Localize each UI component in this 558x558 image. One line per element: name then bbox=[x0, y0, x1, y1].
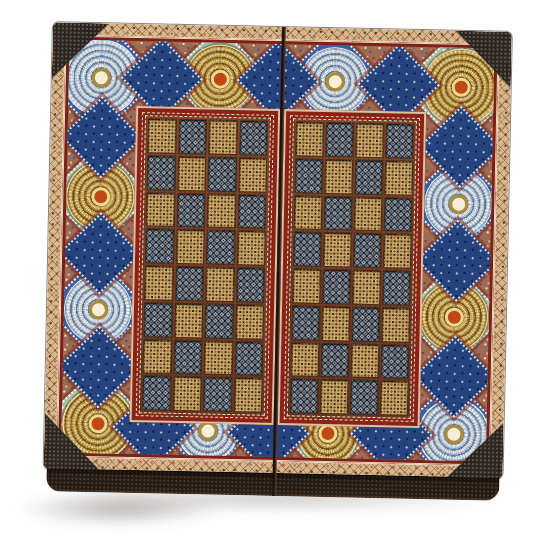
square-g3[interactable] bbox=[352, 307, 379, 340]
square-f7[interactable] bbox=[325, 160, 352, 193]
square-d2[interactable] bbox=[235, 342, 262, 375]
rosette-center bbox=[449, 194, 468, 213]
square-h7[interactable] bbox=[385, 161, 412, 194]
square-e7[interactable] bbox=[295, 159, 322, 192]
square-e8[interactable] bbox=[296, 122, 323, 155]
square-a7[interactable] bbox=[148, 156, 175, 189]
rosette-center bbox=[198, 421, 217, 440]
square-c7[interactable] bbox=[208, 157, 235, 190]
rosette-center bbox=[88, 414, 107, 433]
square-e5[interactable] bbox=[294, 233, 321, 266]
rosette-center bbox=[444, 424, 463, 443]
square-a5[interactable] bbox=[146, 230, 173, 263]
rosette-center bbox=[91, 68, 110, 87]
square-b5[interactable] bbox=[176, 230, 203, 263]
khatam-chessboard bbox=[43, 22, 512, 502]
square-g1[interactable] bbox=[351, 381, 378, 414]
square-c1[interactable] bbox=[204, 378, 231, 411]
square-g8[interactable] bbox=[356, 124, 383, 157]
square-f3[interactable] bbox=[322, 307, 349, 340]
square-f6[interactable] bbox=[325, 196, 352, 229]
square-d8[interactable] bbox=[240, 121, 267, 154]
square-a8[interactable] bbox=[148, 119, 175, 152]
square-a6[interactable] bbox=[147, 193, 174, 226]
square-g2[interactable] bbox=[352, 344, 379, 377]
square-a4[interactable] bbox=[145, 266, 172, 299]
square-c4[interactable] bbox=[206, 268, 233, 301]
square-h4[interactable] bbox=[383, 271, 410, 304]
square-h1[interactable] bbox=[381, 381, 408, 414]
square-d6[interactable] bbox=[238, 195, 265, 228]
square-a3[interactable] bbox=[144, 303, 171, 336]
square-c6[interactable] bbox=[208, 194, 235, 227]
square-d3[interactable] bbox=[236, 305, 263, 338]
square-f8[interactable] bbox=[326, 123, 353, 156]
rosette-center bbox=[451, 77, 470, 96]
rosette-center bbox=[325, 71, 344, 90]
square-c5[interactable] bbox=[207, 231, 234, 264]
square-a2[interactable] bbox=[144, 340, 171, 373]
checkerboard-right-half bbox=[287, 118, 417, 419]
rosette-center bbox=[444, 307, 463, 326]
square-h8[interactable] bbox=[386, 124, 413, 157]
square-c8[interactable] bbox=[209, 121, 236, 154]
square-d4[interactable] bbox=[237, 268, 264, 301]
square-b4[interactable] bbox=[176, 267, 203, 300]
photo-stage bbox=[0, 0, 558, 558]
checkerboard-left-half bbox=[139, 115, 271, 416]
rosette-center bbox=[318, 423, 337, 442]
square-b3[interactable] bbox=[175, 304, 202, 337]
rosette-center bbox=[210, 69, 229, 88]
square-e4[interactable] bbox=[293, 269, 320, 302]
square-g7[interactable] bbox=[355, 160, 382, 193]
square-c2[interactable] bbox=[205, 341, 232, 374]
square-g6[interactable] bbox=[355, 197, 382, 230]
square-h2[interactable] bbox=[382, 345, 409, 378]
square-e2[interactable] bbox=[292, 343, 319, 376]
square-f5[interactable] bbox=[324, 233, 351, 266]
square-b7[interactable] bbox=[178, 157, 205, 190]
square-h3[interactable] bbox=[382, 308, 409, 341]
square-b8[interactable] bbox=[179, 120, 206, 153]
square-d7[interactable] bbox=[239, 158, 266, 191]
floor-shadow-left bbox=[14, 492, 224, 526]
square-b6[interactable] bbox=[177, 193, 204, 226]
rosette-center bbox=[88, 300, 107, 319]
square-d1[interactable] bbox=[234, 378, 261, 411]
square-h6[interactable] bbox=[385, 198, 412, 231]
square-g5[interactable] bbox=[354, 234, 381, 267]
square-e1[interactable] bbox=[291, 380, 318, 413]
square-f1[interactable] bbox=[321, 380, 348, 413]
square-c3[interactable] bbox=[205, 304, 232, 337]
board-half-left bbox=[130, 106, 281, 425]
rosette-center bbox=[91, 187, 110, 206]
square-a1[interactable] bbox=[143, 376, 170, 409]
square-e3[interactable] bbox=[292, 306, 319, 339]
square-d5[interactable] bbox=[237, 231, 264, 264]
square-f4[interactable] bbox=[323, 270, 350, 303]
square-e6[interactable] bbox=[295, 196, 322, 229]
square-g4[interactable] bbox=[353, 271, 380, 304]
square-f2[interactable] bbox=[322, 343, 349, 376]
square-b1[interactable] bbox=[173, 377, 200, 410]
square-h5[interactable] bbox=[384, 234, 411, 267]
square-b2[interactable] bbox=[174, 340, 201, 373]
board-half-right bbox=[278, 109, 427, 428]
